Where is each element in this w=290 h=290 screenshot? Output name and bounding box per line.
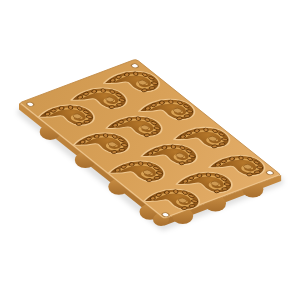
mold-illustration [0, 0, 290, 290]
product-photo [0, 0, 290, 290]
